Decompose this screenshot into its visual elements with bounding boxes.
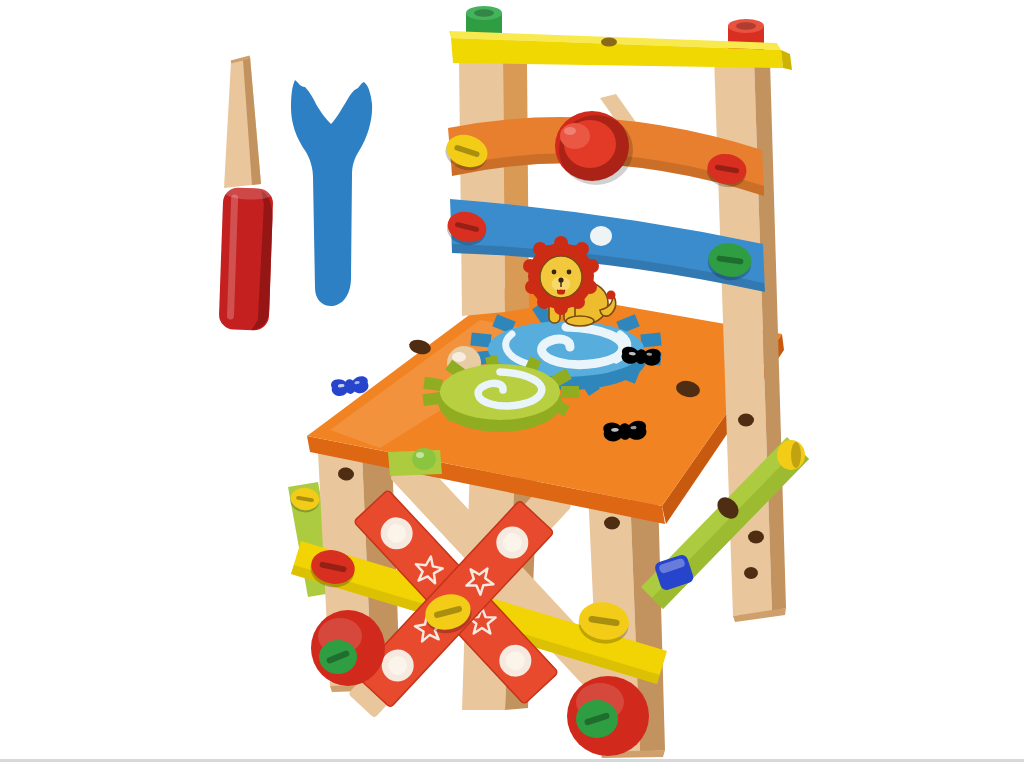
rail-hole bbox=[601, 38, 617, 47]
cap-nut-green bbox=[466, 6, 502, 36]
rail-under-seat bbox=[388, 448, 442, 476]
wing-nut-front-right bbox=[603, 420, 647, 442]
nut-red-green-right bbox=[567, 676, 649, 756]
nut-red-green-left bbox=[311, 610, 385, 686]
screwdriver-handle bbox=[219, 186, 274, 331]
product-photo: Wooden multifunction assembly toy chair … bbox=[0, 0, 1024, 768]
blue-slat-hole bbox=[590, 226, 612, 246]
back-post-left bbox=[459, 58, 529, 316]
floor-line bbox=[0, 759, 1024, 762]
